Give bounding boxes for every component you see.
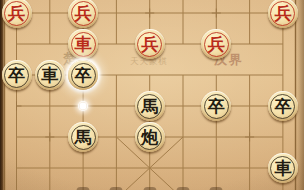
- cropped-piece-top: [177, 187, 190, 190]
- piece-red-soldier[interactable]: 兵: [201, 29, 231, 59]
- piece-black-chariot[interactable]: 車: [268, 153, 298, 183]
- cropped-piece-top: [210, 187, 223, 190]
- piece-black-cannon[interactable]: 炮: [135, 122, 165, 152]
- cropped-piece-top: [110, 187, 123, 190]
- cropped-piece-top: [143, 187, 156, 190]
- piece-black-chariot[interactable]: 車: [35, 60, 65, 90]
- piece-black-soldier[interactable]: 卒: [68, 60, 98, 90]
- piece-black-horse[interactable]: 馬: [68, 122, 98, 152]
- last-move-origin-dot: [79, 102, 87, 110]
- piece-black-horse[interactable]: 馬: [135, 91, 165, 121]
- cropped-piece-top: [77, 187, 90, 190]
- piece-red-chariot[interactable]: 車: [68, 29, 98, 59]
- piece-black-soldier[interactable]: 卒: [268, 91, 298, 121]
- xiangqi-board[interactable]: 楚河 汉界 天天象棋 兵兵兵車兵兵卒車卒馬卒卒馬炮車: [0, 0, 304, 190]
- board-left-edge: [0, 0, 4, 190]
- piece-black-soldier[interactable]: 卒: [201, 91, 231, 121]
- piece-red-soldier[interactable]: 兵: [135, 29, 165, 59]
- piece-black-soldier[interactable]: 卒: [2, 60, 32, 90]
